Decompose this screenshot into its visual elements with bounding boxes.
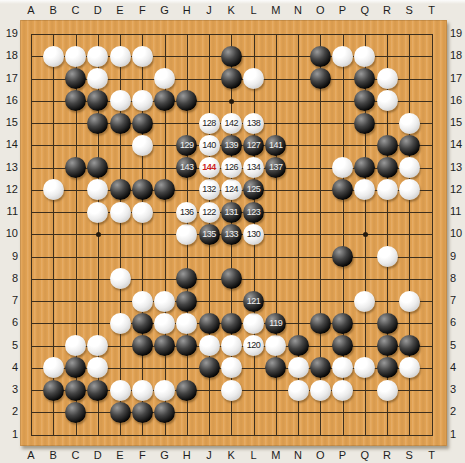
stone-E12 bbox=[110, 179, 131, 200]
stone-C13 bbox=[65, 157, 86, 178]
stone-E8 bbox=[110, 268, 131, 289]
stone-S12 bbox=[399, 179, 420, 200]
stone-G6 bbox=[154, 313, 175, 334]
stone-M6: 119 bbox=[265, 313, 286, 334]
stone-L12: 125 bbox=[243, 179, 264, 200]
stone-H6 bbox=[176, 313, 197, 334]
star-point bbox=[96, 232, 101, 237]
col-label-E: E bbox=[112, 449, 128, 461]
row-label-7-right: 7 bbox=[450, 294, 465, 306]
col-label-K: K bbox=[223, 449, 239, 461]
stone-N3 bbox=[288, 380, 309, 401]
col-label-F: F bbox=[134, 4, 150, 16]
stone-H11: 136 bbox=[176, 202, 197, 223]
go-app-window: ABCDEFGHJKLMNOPQRST ABCDEFGHJKLMNOPQRST … bbox=[0, 0, 465, 463]
stone-N5 bbox=[288, 335, 309, 356]
stone-S13 bbox=[399, 157, 420, 178]
stone-P4 bbox=[332, 357, 353, 378]
grid-line-horizontal bbox=[31, 257, 433, 258]
row-label-16-right: 16 bbox=[450, 94, 465, 106]
stone-H10 bbox=[176, 224, 197, 245]
stone-K11: 131 bbox=[221, 202, 242, 223]
stone-G7 bbox=[154, 291, 175, 312]
col-label-H: H bbox=[179, 449, 195, 461]
stone-R13 bbox=[377, 157, 398, 178]
row-label-13-left: 13 bbox=[1, 161, 18, 173]
stone-P6 bbox=[332, 313, 353, 334]
col-label-R: R bbox=[379, 449, 395, 461]
stone-R16 bbox=[377, 90, 398, 111]
stone-K15: 142 bbox=[221, 113, 242, 134]
row-label-12-right: 12 bbox=[450, 183, 465, 195]
col-label-C: C bbox=[68, 449, 84, 461]
row-label-11-right: 11 bbox=[450, 205, 465, 217]
stone-G5 bbox=[154, 335, 175, 356]
col-label-M: M bbox=[268, 449, 284, 461]
stone-R3 bbox=[377, 380, 398, 401]
stone-E2 bbox=[110, 402, 131, 423]
col-label-S: S bbox=[401, 4, 417, 16]
stone-Q17 bbox=[354, 68, 375, 89]
col-label-G: G bbox=[157, 449, 173, 461]
stone-J5 bbox=[199, 335, 220, 356]
stone-R17 bbox=[377, 68, 398, 89]
stone-L5: 120 bbox=[243, 335, 264, 356]
col-label-A: A bbox=[23, 4, 39, 16]
row-label-16-left: 16 bbox=[1, 94, 18, 106]
stone-L10: 130 bbox=[243, 224, 264, 245]
col-label-H: H bbox=[179, 4, 195, 16]
col-label-C: C bbox=[68, 4, 84, 16]
col-label-R: R bbox=[379, 4, 395, 16]
stone-F14 bbox=[132, 135, 153, 156]
col-label-D: D bbox=[90, 4, 106, 16]
stone-P5 bbox=[332, 335, 353, 356]
stone-K17 bbox=[221, 68, 242, 89]
stone-J10: 135 bbox=[199, 224, 220, 245]
stone-F12 bbox=[132, 179, 153, 200]
col-label-O: O bbox=[312, 4, 328, 16]
stone-S5 bbox=[399, 335, 420, 356]
stone-S7 bbox=[399, 291, 420, 312]
stone-E16 bbox=[110, 90, 131, 111]
stone-O6 bbox=[310, 313, 331, 334]
stone-C17 bbox=[65, 68, 86, 89]
stone-E11 bbox=[110, 202, 131, 223]
stone-D12 bbox=[87, 179, 108, 200]
stone-H8 bbox=[176, 268, 197, 289]
col-label-N: N bbox=[290, 4, 306, 16]
row-label-10-left: 10 bbox=[1, 227, 18, 239]
col-label-T: T bbox=[424, 449, 440, 461]
stone-R9 bbox=[377, 246, 398, 267]
col-label-A: A bbox=[23, 449, 39, 461]
col-label-J: J bbox=[201, 449, 217, 461]
row-label-9-left: 9 bbox=[1, 250, 18, 262]
stone-O4 bbox=[310, 357, 331, 378]
col-label-D: D bbox=[90, 449, 106, 461]
row-label-11-left: 11 bbox=[1, 205, 18, 217]
row-label-9-right: 9 bbox=[450, 250, 465, 262]
stone-K13: 126 bbox=[221, 157, 242, 178]
stone-N4 bbox=[288, 357, 309, 378]
row-label-4-right: 4 bbox=[450, 361, 465, 373]
row-label-3-right: 3 bbox=[450, 383, 465, 395]
stone-F3 bbox=[132, 380, 153, 401]
row-label-6-left: 6 bbox=[1, 316, 18, 328]
col-label-P: P bbox=[335, 449, 351, 461]
stone-R4 bbox=[377, 357, 398, 378]
stone-Q12 bbox=[354, 179, 375, 200]
col-label-Q: Q bbox=[357, 4, 373, 16]
stone-M14: 141 bbox=[265, 135, 286, 156]
grid-line-horizontal bbox=[31, 412, 433, 413]
row-label-14-right: 14 bbox=[450, 138, 465, 150]
stone-G2 bbox=[154, 402, 175, 423]
row-label-18-left: 18 bbox=[1, 49, 18, 61]
col-label-Q: Q bbox=[357, 449, 373, 461]
stone-O17 bbox=[310, 68, 331, 89]
stone-J6 bbox=[199, 313, 220, 334]
stone-H7 bbox=[176, 291, 197, 312]
stone-G17 bbox=[154, 68, 175, 89]
stone-E3 bbox=[110, 380, 131, 401]
stone-K18 bbox=[221, 46, 242, 67]
stone-C18 bbox=[65, 46, 86, 67]
stone-H3 bbox=[176, 380, 197, 401]
row-label-19-right: 19 bbox=[450, 27, 465, 39]
star-point bbox=[363, 232, 368, 237]
stone-K3 bbox=[221, 380, 242, 401]
row-label-5-right: 5 bbox=[450, 339, 465, 351]
stone-F11 bbox=[132, 202, 153, 223]
stone-Q13 bbox=[354, 157, 375, 178]
stone-L13: 134 bbox=[243, 157, 264, 178]
stone-L15: 138 bbox=[243, 113, 264, 134]
stone-E18 bbox=[110, 46, 131, 67]
stone-C16 bbox=[65, 90, 86, 111]
col-label-M: M bbox=[268, 4, 284, 16]
stone-L6 bbox=[243, 313, 264, 334]
stone-Q7 bbox=[354, 291, 375, 312]
stone-F5 bbox=[132, 335, 153, 356]
stone-K6 bbox=[221, 313, 242, 334]
stone-P18 bbox=[332, 46, 353, 67]
stone-B18 bbox=[43, 46, 64, 67]
stone-M13: 137 bbox=[265, 157, 286, 178]
stone-D16 bbox=[87, 90, 108, 111]
stone-M4 bbox=[265, 357, 286, 378]
stone-B12 bbox=[43, 179, 64, 200]
row-label-8-right: 8 bbox=[450, 272, 465, 284]
stone-S15 bbox=[399, 113, 420, 134]
stone-J15: 128 bbox=[199, 113, 220, 134]
stone-D5 bbox=[87, 335, 108, 356]
col-label-G: G bbox=[157, 4, 173, 16]
row-label-19-left: 19 bbox=[1, 27, 18, 39]
col-label-L: L bbox=[246, 4, 262, 16]
stone-L11: 123 bbox=[243, 202, 264, 223]
stone-D18 bbox=[87, 46, 108, 67]
stone-P13 bbox=[332, 157, 353, 178]
row-label-15-right: 15 bbox=[450, 116, 465, 128]
stone-J13: 144 bbox=[199, 157, 220, 178]
star-point bbox=[229, 99, 234, 104]
col-label-O: O bbox=[312, 449, 328, 461]
stone-C3 bbox=[65, 380, 86, 401]
stone-K10: 133 bbox=[221, 224, 242, 245]
stone-F7 bbox=[132, 291, 153, 312]
stone-G16 bbox=[154, 90, 175, 111]
stone-D4 bbox=[87, 357, 108, 378]
row-label-2-right: 2 bbox=[450, 405, 465, 417]
stone-K5 bbox=[221, 335, 242, 356]
stone-R6 bbox=[377, 313, 398, 334]
row-label-2-left: 2 bbox=[1, 405, 18, 417]
stone-J12: 132 bbox=[199, 179, 220, 200]
row-label-1-right: 1 bbox=[450, 428, 465, 440]
stone-K12: 124 bbox=[221, 179, 242, 200]
row-label-4-left: 4 bbox=[1, 361, 18, 373]
stone-E15 bbox=[110, 113, 131, 134]
stone-E6 bbox=[110, 313, 131, 334]
col-label-J: J bbox=[201, 4, 217, 16]
col-label-S: S bbox=[401, 449, 417, 461]
stone-K4 bbox=[221, 357, 242, 378]
stone-Q4 bbox=[354, 357, 375, 378]
stone-R12 bbox=[377, 179, 398, 200]
row-label-15-left: 15 bbox=[1, 116, 18, 128]
stone-K14: 139 bbox=[221, 135, 242, 156]
stone-D17 bbox=[87, 68, 108, 89]
col-label-L: L bbox=[246, 449, 262, 461]
row-label-8-left: 8 bbox=[1, 272, 18, 284]
stone-J14: 140 bbox=[199, 135, 220, 156]
stone-P9 bbox=[332, 246, 353, 267]
grid-line-vertical bbox=[432, 34, 433, 436]
stone-L17 bbox=[243, 68, 264, 89]
row-label-17-right: 17 bbox=[450, 72, 465, 84]
col-label-E: E bbox=[112, 4, 128, 16]
row-label-5-left: 5 bbox=[1, 339, 18, 351]
row-label-18-right: 18 bbox=[450, 49, 465, 61]
stone-R14 bbox=[377, 135, 398, 156]
row-label-13-right: 13 bbox=[450, 161, 465, 173]
stone-Q18 bbox=[354, 46, 375, 67]
stone-F15 bbox=[132, 113, 153, 134]
stone-F2 bbox=[132, 402, 153, 423]
stone-S14 bbox=[399, 135, 420, 156]
stone-R5 bbox=[377, 335, 398, 356]
stone-O3 bbox=[310, 380, 331, 401]
stone-K8 bbox=[221, 268, 242, 289]
grid-line-horizontal bbox=[31, 435, 433, 436]
stone-G12 bbox=[154, 179, 175, 200]
col-label-K: K bbox=[223, 4, 239, 16]
stone-O18 bbox=[310, 46, 331, 67]
stone-P12 bbox=[332, 179, 353, 200]
col-label-B: B bbox=[45, 4, 61, 16]
stone-D3 bbox=[87, 380, 108, 401]
stone-H16 bbox=[176, 90, 197, 111]
row-label-17-left: 17 bbox=[1, 72, 18, 84]
stone-H5 bbox=[176, 335, 197, 356]
stone-C4 bbox=[65, 357, 86, 378]
stone-J11: 122 bbox=[199, 202, 220, 223]
row-label-7-left: 7 bbox=[1, 294, 18, 306]
stone-D15 bbox=[87, 113, 108, 134]
stone-G3 bbox=[154, 380, 175, 401]
row-label-6-right: 6 bbox=[450, 316, 465, 328]
stone-C5 bbox=[65, 335, 86, 356]
stone-P3 bbox=[332, 380, 353, 401]
stone-H13: 143 bbox=[176, 157, 197, 178]
row-label-10-right: 10 bbox=[450, 227, 465, 239]
col-label-P: P bbox=[335, 4, 351, 16]
col-label-N: N bbox=[290, 449, 306, 461]
col-label-T: T bbox=[424, 4, 440, 16]
stone-M5 bbox=[265, 335, 286, 356]
stone-B3 bbox=[43, 380, 64, 401]
stone-F16 bbox=[132, 90, 153, 111]
col-label-F: F bbox=[134, 449, 150, 461]
stone-Q15 bbox=[354, 113, 375, 134]
stone-H14: 129 bbox=[176, 135, 197, 156]
stone-F6 bbox=[132, 313, 153, 334]
col-label-B: B bbox=[45, 449, 61, 461]
stone-Q16 bbox=[354, 90, 375, 111]
stone-F18 bbox=[132, 46, 153, 67]
go-board[interactable]: 1191201211221231241251261271281291301311… bbox=[20, 20, 447, 446]
stone-B4 bbox=[43, 357, 64, 378]
row-label-14-left: 14 bbox=[1, 138, 18, 150]
row-label-1-left: 1 bbox=[1, 428, 18, 440]
stone-L14: 127 bbox=[243, 135, 264, 156]
stone-D11 bbox=[87, 202, 108, 223]
stone-D13 bbox=[87, 157, 108, 178]
row-label-3-left: 3 bbox=[1, 383, 18, 395]
stone-C2 bbox=[65, 402, 86, 423]
stone-S4 bbox=[399, 357, 420, 378]
stone-L7: 121 bbox=[243, 291, 264, 312]
stone-J4 bbox=[199, 357, 220, 378]
row-label-12-left: 12 bbox=[1, 183, 18, 195]
